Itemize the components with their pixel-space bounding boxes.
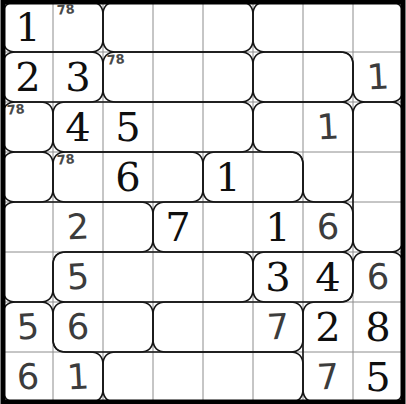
given-digit: 2 bbox=[315, 307, 340, 347]
cell-r3c1[interactable]: 78 bbox=[53, 152, 103, 202]
cell-r0c1[interactable]: 78 bbox=[53, 2, 103, 52]
given-digit: 6 bbox=[115, 157, 140, 197]
cell-r1c6[interactable] bbox=[303, 52, 353, 102]
entered-digit: 6 bbox=[66, 309, 90, 345]
cell-r3c3[interactable] bbox=[153, 152, 203, 202]
cell-r6c2[interactable] bbox=[103, 302, 153, 352]
cell-r7c1[interactable]: 1 bbox=[53, 352, 103, 402]
pencil-marks: 78 bbox=[56, 2, 74, 18]
entered-digit: 2 bbox=[66, 209, 90, 245]
cell-r0c0[interactable]: 1 bbox=[3, 2, 53, 52]
cell-r7c4[interactable] bbox=[203, 352, 253, 402]
pencil-marks: 78 bbox=[6, 102, 24, 118]
cell-r0c7[interactable] bbox=[353, 2, 403, 52]
entered-digit: 1 bbox=[366, 59, 390, 95]
given-digit: 5 bbox=[365, 357, 390, 397]
cell-r2c2[interactable]: 5 bbox=[103, 102, 153, 152]
cell-r4c3[interactable]: 7 bbox=[153, 202, 203, 252]
cell-r7c2[interactable] bbox=[103, 352, 153, 402]
cell-r7c7[interactable]: 5 bbox=[353, 352, 403, 402]
pencil-marks: 78 bbox=[106, 52, 124, 68]
cell-r2c4[interactable] bbox=[203, 102, 253, 152]
entered-digit: 5 bbox=[66, 259, 90, 295]
cell-r2c5[interactable] bbox=[253, 102, 303, 152]
cell-r4c5[interactable]: 1 bbox=[253, 202, 303, 252]
cell-r7c6[interactable]: 7 bbox=[303, 352, 353, 402]
cell-r6c6[interactable]: 2 bbox=[303, 302, 353, 352]
cell-r4c2[interactable] bbox=[103, 202, 153, 252]
given-digit: 1 bbox=[15, 7, 40, 47]
given-digit: 1 bbox=[215, 157, 240, 197]
entered-digit: 1 bbox=[316, 109, 340, 145]
cell-r3c6[interactable] bbox=[303, 152, 353, 202]
cell-r1c5[interactable] bbox=[253, 52, 303, 102]
pencil-marks: 78 bbox=[56, 152, 74, 168]
cell-r4c6[interactable]: 6 bbox=[303, 202, 353, 252]
given-digit: 3 bbox=[265, 257, 290, 297]
cell-r0c5[interactable] bbox=[253, 2, 303, 52]
given-digit: 8 bbox=[365, 307, 390, 347]
entered-digit: 6 bbox=[16, 359, 40, 395]
cell-r5c4[interactable] bbox=[203, 252, 253, 302]
cell-r1c0[interactable]: 2 bbox=[3, 52, 53, 102]
entered-digit: 7 bbox=[316, 359, 340, 395]
cell-r7c0[interactable]: 6 bbox=[3, 352, 53, 402]
given-digit: 4 bbox=[65, 107, 90, 147]
cell-r4c0[interactable] bbox=[3, 202, 53, 252]
cell-r5c3[interactable] bbox=[153, 252, 203, 302]
cell-r3c7[interactable] bbox=[353, 152, 403, 202]
cell-r6c1[interactable]: 6 bbox=[53, 302, 103, 352]
cell-r0c3[interactable] bbox=[153, 2, 203, 52]
cell-r0c6[interactable] bbox=[303, 2, 353, 52]
cell-r6c7[interactable]: 8 bbox=[353, 302, 403, 352]
entered-digit: 5 bbox=[16, 309, 40, 345]
cell-r4c7[interactable] bbox=[353, 202, 403, 252]
cell-r5c5[interactable]: 3 bbox=[253, 252, 303, 302]
given-digit: 7 bbox=[165, 207, 190, 247]
cell-r2c3[interactable] bbox=[153, 102, 203, 152]
cell-r1c7[interactable]: 1 bbox=[353, 52, 403, 102]
cell-r5c2[interactable] bbox=[103, 252, 153, 302]
cell-r5c1[interactable]: 5 bbox=[53, 252, 103, 302]
entered-digit: 6 bbox=[366, 259, 390, 295]
cell-r5c0[interactable] bbox=[3, 252, 53, 302]
cell-r1c4[interactable] bbox=[203, 52, 253, 102]
cell-r4c1[interactable]: 2 bbox=[53, 202, 103, 252]
cell-r3c5[interactable] bbox=[253, 152, 303, 202]
cell-r5c7[interactable]: 6 bbox=[353, 252, 403, 302]
cell-r3c0[interactable] bbox=[3, 152, 53, 202]
cell-r7c5[interactable] bbox=[253, 352, 303, 402]
cell-r6c4[interactable] bbox=[203, 302, 253, 352]
cell-r2c1[interactable]: 4 bbox=[53, 102, 103, 152]
given-digit: 2 bbox=[15, 57, 40, 97]
cell-r2c7[interactable] bbox=[353, 102, 403, 152]
cell-r6c5[interactable]: 7 bbox=[253, 302, 303, 352]
given-digit: 5 bbox=[115, 107, 140, 147]
given-digit: 3 bbox=[65, 57, 90, 97]
entered-digit: 1 bbox=[66, 359, 90, 395]
cell-r1c3[interactable] bbox=[153, 52, 203, 102]
cell-r3c2[interactable]: 6 bbox=[103, 152, 153, 202]
cell-r0c2[interactable] bbox=[103, 2, 153, 52]
cell-r4c4[interactable] bbox=[203, 202, 253, 252]
cell-r1c1[interactable]: 3 bbox=[53, 52, 103, 102]
puzzle-board: 1782378178451786127165346567286175 bbox=[0, 0, 406, 404]
given-digit: 4 bbox=[315, 257, 340, 297]
cell-r2c0[interactable]: 78 bbox=[3, 102, 53, 152]
cell-r3c4[interactable]: 1 bbox=[203, 152, 253, 202]
entered-digit: 7 bbox=[266, 309, 290, 345]
cell-r6c0[interactable]: 5 bbox=[3, 302, 53, 352]
cell-r7c3[interactable] bbox=[153, 352, 203, 402]
given-digit: 1 bbox=[265, 207, 290, 247]
cell-r6c3[interactable] bbox=[153, 302, 203, 352]
cell-r2c6[interactable]: 1 bbox=[303, 102, 353, 152]
entered-digit: 6 bbox=[316, 209, 340, 245]
cell-r5c6[interactable]: 4 bbox=[303, 252, 353, 302]
cell-r0c4[interactable] bbox=[203, 2, 253, 52]
cell-r1c2[interactable]: 78 bbox=[103, 52, 153, 102]
